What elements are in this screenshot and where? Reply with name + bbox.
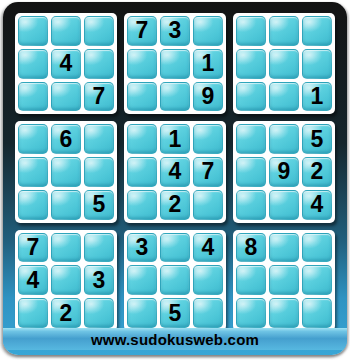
cell-r6c2[interactable]: [51, 190, 81, 220]
cell-r9c7[interactable]: [236, 298, 266, 328]
cell-r2c6[interactable]: 1: [193, 49, 223, 79]
cell-r9c6[interactable]: [193, 298, 223, 328]
cell-r5c1[interactable]: [18, 157, 48, 187]
cell-r2c5[interactable]: [160, 49, 190, 79]
cell-r8c3[interactable]: 3: [84, 265, 114, 295]
cell-r7c8[interactable]: [269, 233, 299, 263]
cell-r9c5[interactable]: 5: [160, 298, 190, 328]
cell-r5c8[interactable]: 9: [269, 157, 299, 187]
cell-r2c3[interactable]: [84, 49, 114, 79]
cell-r8c2[interactable]: [51, 265, 81, 295]
box-2: 7319: [124, 13, 226, 114]
cell-r3c8[interactable]: [269, 82, 299, 112]
cell-r3c9[interactable]: 1: [302, 82, 332, 112]
cell-r2c1[interactable]: [18, 49, 48, 79]
cell-r5c7[interactable]: [236, 157, 266, 187]
cell-r5c2[interactable]: [51, 157, 81, 187]
cell-r9c1[interactable]: [18, 298, 48, 328]
box-8: 345: [124, 230, 226, 331]
cell-r9c3[interactable]: [84, 298, 114, 328]
cell-r4c2[interactable]: 6: [51, 124, 81, 154]
cell-r1c4[interactable]: 7: [127, 16, 157, 46]
box-6: 5924: [233, 121, 335, 222]
sudoku-board-boxes: 4773191651472592474323458: [15, 13, 335, 331]
cell-r2c4[interactable]: [127, 49, 157, 79]
cell-r7c6[interactable]: 4: [193, 233, 223, 263]
cell-r6c4[interactable]: [127, 190, 157, 220]
cell-r8c5[interactable]: [160, 265, 190, 295]
cell-r6c8[interactable]: [269, 190, 299, 220]
cell-r3c3[interactable]: 7: [84, 82, 114, 112]
cell-r7c1[interactable]: 7: [18, 233, 48, 263]
cell-r4c3[interactable]: [84, 124, 114, 154]
cell-r4c1[interactable]: [18, 124, 48, 154]
cell-r6c1[interactable]: [18, 190, 48, 220]
box-4: 65: [15, 121, 117, 222]
cell-r8c8[interactable]: [269, 265, 299, 295]
cell-r3c6[interactable]: 9: [193, 82, 223, 112]
cell-r5c4[interactable]: [127, 157, 157, 187]
cell-r5c3[interactable]: [84, 157, 114, 187]
cell-r1c9[interactable]: [302, 16, 332, 46]
box-1: 47: [15, 13, 117, 114]
cell-r1c6[interactable]: [193, 16, 223, 46]
cell-r1c8[interactable]: [269, 16, 299, 46]
cell-r5c5[interactable]: 4: [160, 157, 190, 187]
cell-r4c6[interactable]: [193, 124, 223, 154]
cell-r7c9[interactable]: [302, 233, 332, 263]
box-9: 8: [233, 230, 335, 331]
cell-r3c4[interactable]: [127, 82, 157, 112]
cell-r4c5[interactable]: 1: [160, 124, 190, 154]
cell-r8c1[interactable]: 4: [18, 265, 48, 295]
cell-r3c2[interactable]: [51, 82, 81, 112]
cell-r2c2[interactable]: 4: [51, 49, 81, 79]
cell-r3c1[interactable]: [18, 82, 48, 112]
cell-r9c4[interactable]: [127, 298, 157, 328]
cell-r1c1[interactable]: [18, 16, 48, 46]
cell-r9c8[interactable]: [269, 298, 299, 328]
cell-r4c4[interactable]: [127, 124, 157, 154]
box-5: 1472: [124, 121, 226, 222]
cell-r6c5[interactable]: 2: [160, 190, 190, 220]
cell-r6c9[interactable]: 4: [302, 190, 332, 220]
cell-r2c9[interactable]: [302, 49, 332, 79]
cell-r6c3[interactable]: 5: [84, 190, 114, 220]
cell-r8c6[interactable]: [193, 265, 223, 295]
cell-r6c6[interactable]: [193, 190, 223, 220]
cell-r4c7[interactable]: [236, 124, 266, 154]
cell-r5c6[interactable]: 7: [193, 157, 223, 187]
cell-r1c5[interactable]: 3: [160, 16, 190, 46]
cell-r8c9[interactable]: [302, 265, 332, 295]
cell-r1c3[interactable]: [84, 16, 114, 46]
box-3: 1: [233, 13, 335, 114]
cell-r8c4[interactable]: [127, 265, 157, 295]
cell-r6c7[interactable]: [236, 190, 266, 220]
cell-r7c7[interactable]: 8: [236, 233, 266, 263]
cell-r4c8[interactable]: [269, 124, 299, 154]
box-7: 7432: [15, 230, 117, 331]
cell-r2c7[interactable]: [236, 49, 266, 79]
cell-r2c8[interactable]: [269, 49, 299, 79]
cell-r5c9[interactable]: 2: [302, 157, 332, 187]
cell-r3c7[interactable]: [236, 82, 266, 112]
cell-r3c5[interactable]: [160, 82, 190, 112]
cell-r9c9[interactable]: [302, 298, 332, 328]
cell-r1c7[interactable]: [236, 16, 266, 46]
cell-r7c4[interactable]: 3: [127, 233, 157, 263]
cell-r1c2[interactable]: [51, 16, 81, 46]
cell-r7c2[interactable]: [51, 233, 81, 263]
footer-bar: www.sudokusweb.com: [3, 328, 347, 350]
cell-r8c7[interactable]: [236, 265, 266, 295]
cell-r7c3[interactable]: [84, 233, 114, 263]
cell-r7c5[interactable]: [160, 233, 190, 263]
site-url[interactable]: www.sudokusweb.com: [91, 331, 259, 348]
cell-r4c9[interactable]: 5: [302, 124, 332, 154]
sudoku-board-frame: 4773191651472592474323458 www.sudokusweb…: [3, 2, 347, 355]
cell-r9c2[interactable]: 2: [51, 298, 81, 328]
